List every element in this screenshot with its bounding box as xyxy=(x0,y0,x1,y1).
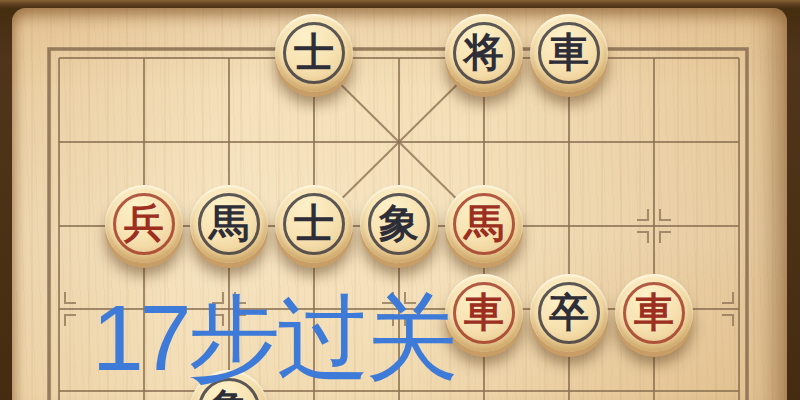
piece-black-soldier[interactable]: 卒 xyxy=(530,274,608,352)
piece-black-chariot[interactable]: 車 xyxy=(530,14,608,92)
piece-black-elephant[interactable]: 象 xyxy=(360,185,438,263)
piece-character: 車 xyxy=(464,292,504,332)
piece-red-horse[interactable]: 馬 xyxy=(445,185,523,263)
piece-character: 馬 xyxy=(209,203,249,243)
piece-black-horse[interactable]: 馬 xyxy=(190,185,268,263)
piece-character: 兵 xyxy=(124,203,164,243)
piece-red-soldier[interactable]: 兵 xyxy=(105,185,183,263)
xiangqi-game-screen: 士将車兵馬士象馬車卒車象 17步过关 xyxy=(0,0,800,400)
piece-character: 士 xyxy=(294,203,334,243)
piece-black-advisor[interactable]: 士 xyxy=(275,185,353,263)
piece-character: 卒 xyxy=(549,292,589,332)
piece-black-general[interactable]: 将 xyxy=(445,14,523,92)
piece-character: 象 xyxy=(379,203,419,243)
piece-black-advisor[interactable]: 士 xyxy=(275,14,353,92)
piece-red-chariot[interactable]: 車 xyxy=(615,274,693,352)
level-goal-text: 17步过关 xyxy=(92,292,454,385)
piece-character: 車 xyxy=(634,292,674,332)
piece-red-chariot[interactable]: 車 xyxy=(445,274,523,352)
piece-character: 士 xyxy=(294,32,334,72)
piece-character: 車 xyxy=(549,32,589,72)
piece-character: 馬 xyxy=(464,203,504,243)
piece-character: 将 xyxy=(464,32,504,72)
